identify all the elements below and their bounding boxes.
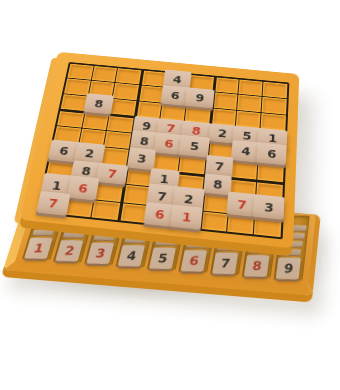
tile-5-r5c6[interactable]: 5: [179, 135, 210, 158]
cell-r1c2[interactable]: [91, 66, 117, 82]
cell-r7c4[interactable]: [124, 167, 152, 186]
cell-r9c2[interactable]: [65, 197, 94, 217]
drawer-tile-2[interactable]: 2: [55, 240, 83, 261]
cell-r5c3[interactable]: [104, 131, 131, 149]
cell-r2c6[interactable]: 9: [187, 90, 212, 107]
cell-r2c7[interactable]: [212, 93, 237, 110]
cell-r9c9[interactable]: [254, 217, 281, 238]
cell-r1c3[interactable]: [116, 68, 142, 85]
cell-r9c6[interactable]: 1: [172, 208, 200, 228]
cell-r3c3[interactable]: [110, 99, 136, 116]
drawer-tile-3[interactable]: 3: [86, 242, 114, 263]
cell-r4c7[interactable]: 2: [209, 124, 235, 142]
drawer-tile-9[interactable]: 9: [276, 257, 301, 279]
tile-3-r8c9[interactable]: 3: [253, 195, 284, 220]
cell-r5c9[interactable]: 6: [259, 146, 285, 165]
cell-r6c6[interactable]: [179, 155, 206, 174]
tile-6-r8c2[interactable]: 6: [66, 176, 99, 200]
drawer-tile-6[interactable]: 6: [181, 250, 207, 272]
drawer-tile-7[interactable]: 7: [213, 252, 239, 274]
board-frame: 46989782518654662378718167273761: [20, 52, 300, 249]
drawer-tile-5[interactable]: 5: [149, 247, 176, 269]
tile-stack-edge: [186, 242, 208, 248]
drawer-tile-4[interactable]: 4: [118, 245, 145, 267]
cell-r8c8[interactable]: 7: [228, 195, 255, 215]
drawer-tile-8[interactable]: 8: [244, 255, 270, 277]
cell-r2c4[interactable]: [138, 86, 164, 103]
cell-r7c3[interactable]: 7: [98, 165, 126, 184]
tile-stack-edge: [62, 232, 84, 238]
tile-6-r5c9[interactable]: 6: [257, 142, 287, 165]
cell-r2c5[interactable]: 6: [162, 88, 188, 105]
cell-r6c9[interactable]: [258, 163, 284, 182]
tile-8-r3c2[interactable]: 8: [83, 93, 114, 115]
tile-1-r9c6[interactable]: 1: [170, 205, 202, 230]
cell-r8c7[interactable]: [201, 193, 228, 213]
cell-r5c5[interactable]: 6: [155, 136, 182, 154]
cell-r6c4[interactable]: 3: [127, 150, 154, 169]
cell-r4c1[interactable]: [57, 110, 84, 128]
cell-r5c6[interactable]: 5: [181, 138, 207, 156]
product-photo-scene: 123456789 469897825186546623787181672737…: [0, 0, 340, 390]
cell-r9c4[interactable]: [119, 203, 147, 223]
cell-r4c2[interactable]: [82, 112, 109, 130]
cell-r1c9[interactable]: [263, 82, 288, 99]
tile-7-r7c3[interactable]: 7: [96, 163, 128, 185]
tile-9-r2c6[interactable]: 9: [185, 87, 215, 108]
drawer-tile-1[interactable]: 1: [24, 237, 53, 258]
tile-stack-edge: [280, 249, 301, 255]
cell-r1c4[interactable]: [140, 70, 165, 87]
cell-r2c3[interactable]: [113, 83, 139, 100]
cell-r9c3[interactable]: [92, 200, 121, 220]
tile-stack-edge: [32, 229, 54, 235]
cell-r2c9[interactable]: [262, 97, 287, 114]
cell-r4c3[interactable]: [107, 115, 134, 133]
cell-r9c5[interactable]: 6: [145, 205, 173, 225]
cell-r9c1[interactable]: 7: [38, 195, 67, 215]
cell-r2c8[interactable]: [237, 95, 262, 112]
cell-r7c7[interactable]: 8: [203, 175, 230, 194]
cell-r6c8[interactable]: [231, 160, 257, 179]
tile-stack-edge: [249, 247, 270, 253]
cell-r8c3[interactable]: [95, 182, 123, 202]
cell-r1c1[interactable]: [67, 64, 93, 80]
cell-r3c2[interactable]: 8: [85, 96, 112, 113]
tile-7-r9c1[interactable]: 7: [36, 191, 70, 216]
tile-stack-edge: [93, 234, 115, 240]
tile-3-r6c4[interactable]: 3: [127, 147, 156, 170]
tile-stack-edge: [124, 237, 146, 243]
cell-r9c7[interactable]: [200, 211, 228, 231]
tile-stack-edge: [217, 244, 238, 250]
tile-stack-edge: [155, 239, 177, 245]
cell-r1c8[interactable]: [238, 80, 263, 97]
cell-r9c8[interactable]: [227, 214, 254, 235]
cell-r5c8[interactable]: 4: [233, 143, 259, 162]
cell-r8c2[interactable]: 6: [69, 179, 97, 199]
cell-r8c4[interactable]: [121, 185, 149, 205]
cell-r8c9[interactable]: 3: [255, 198, 282, 218]
cell-r1c7[interactable]: [213, 77, 238, 94]
sudoku-grid: 46989782518654662378718167273761: [36, 62, 289, 239]
